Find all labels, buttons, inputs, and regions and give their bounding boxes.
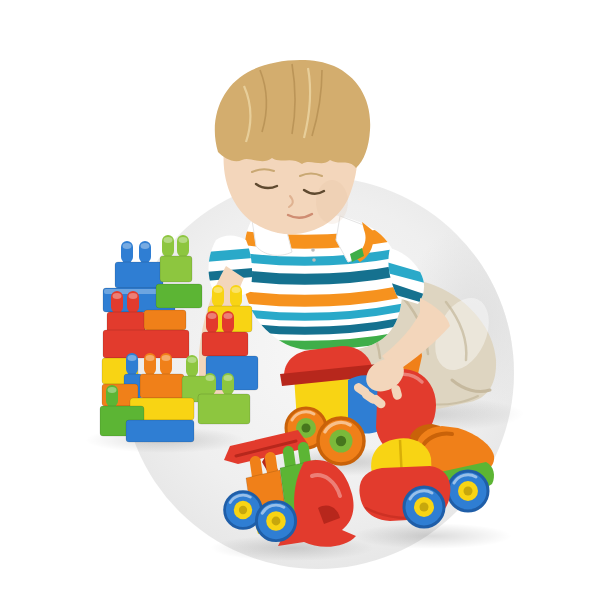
truck-wheel-front	[404, 487, 444, 527]
train-wheel-rear	[318, 418, 364, 464]
racer-wheel-right	[256, 501, 295, 540]
photo-illustration	[0, 0, 600, 600]
boy-hair	[215, 60, 370, 168]
truck-wheel-rear	[448, 471, 488, 511]
block-red-wide	[103, 330, 189, 358]
block-blue-bottom	[126, 420, 194, 442]
product-photo: A toddler boy with blonde hair, wearing …	[0, 0, 600, 600]
block-orange-mid	[144, 310, 186, 330]
block-green-mid	[156, 284, 202, 308]
block-blue-top	[115, 241, 163, 288]
